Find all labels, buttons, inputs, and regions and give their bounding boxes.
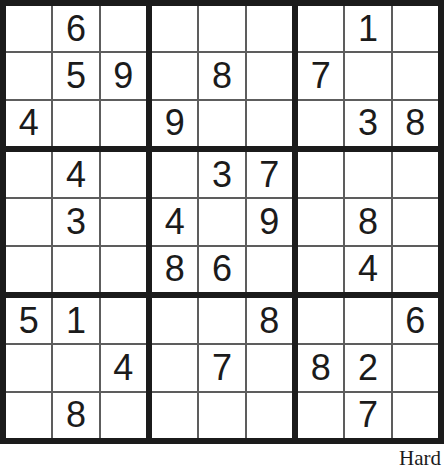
box-3-3: 6827 bbox=[298, 298, 438, 438]
cell-r5c4[interactable]: 4 bbox=[152, 199, 197, 244]
cell-r6c5[interactable]: 6 bbox=[199, 247, 244, 292]
cell-r4c6[interactable]: 7 bbox=[247, 152, 292, 197]
cell-r4c3[interactable] bbox=[101, 152, 146, 197]
cell-r3c5[interactable] bbox=[199, 101, 244, 146]
cell-r7c2[interactable]: 1 bbox=[53, 298, 98, 343]
cell-r9c3[interactable] bbox=[101, 393, 146, 438]
cell-r2c2[interactable]: 5 bbox=[53, 53, 98, 98]
cell-r6c8[interactable]: 4 bbox=[345, 247, 390, 292]
cell-r1c3[interactable] bbox=[101, 6, 146, 51]
cell-r3c7[interactable] bbox=[298, 101, 343, 146]
cell-r5c9[interactable] bbox=[393, 199, 438, 244]
cell-r1c9[interactable] bbox=[393, 6, 438, 51]
cell-r3c6[interactable] bbox=[247, 101, 292, 146]
cell-r2c5[interactable]: 8 bbox=[199, 53, 244, 98]
cell-r3c9[interactable]: 8 bbox=[393, 101, 438, 146]
cell-r9c7[interactable] bbox=[298, 393, 343, 438]
cell-r4c4[interactable] bbox=[152, 152, 197, 197]
cell-r3c1[interactable]: 4 bbox=[6, 101, 51, 146]
cell-r2c9[interactable] bbox=[393, 53, 438, 98]
cell-r8c4[interactable] bbox=[152, 345, 197, 390]
cell-r7c1[interactable]: 5 bbox=[6, 298, 51, 343]
cell-r1c4[interactable] bbox=[152, 6, 197, 51]
cell-r9c2[interactable]: 8 bbox=[53, 393, 98, 438]
cell-r8c9[interactable] bbox=[393, 345, 438, 390]
cell-r8c6[interactable] bbox=[247, 345, 292, 390]
box-2-3: 84 bbox=[298, 152, 438, 292]
cell-r5c5[interactable] bbox=[199, 199, 244, 244]
cell-r2c4[interactable] bbox=[152, 53, 197, 98]
cell-r1c8[interactable]: 1 bbox=[345, 6, 390, 51]
cell-r6c9[interactable] bbox=[393, 247, 438, 292]
cell-r3c8[interactable]: 3 bbox=[345, 101, 390, 146]
cell-r4c5[interactable]: 3 bbox=[199, 152, 244, 197]
cell-r1c7[interactable] bbox=[298, 6, 343, 51]
cell-r7c3[interactable] bbox=[101, 298, 146, 343]
cell-r2c3[interactable]: 9 bbox=[101, 53, 146, 98]
cell-r8c1[interactable] bbox=[6, 345, 51, 390]
cell-r4c2[interactable]: 4 bbox=[53, 152, 98, 197]
cell-r2c7[interactable]: 7 bbox=[298, 53, 343, 98]
cell-r7c8[interactable] bbox=[345, 298, 390, 343]
difficulty-label: Hard bbox=[399, 446, 441, 470]
cell-r8c2[interactable] bbox=[53, 345, 98, 390]
cell-r3c4[interactable]: 9 bbox=[152, 101, 197, 146]
cell-r8c7[interactable]: 8 bbox=[298, 345, 343, 390]
cell-r4c9[interactable] bbox=[393, 152, 438, 197]
cell-r5c1[interactable] bbox=[6, 199, 51, 244]
cell-r4c7[interactable] bbox=[298, 152, 343, 197]
box-1-3: 1738 bbox=[298, 6, 438, 146]
cell-r7c6[interactable]: 8 bbox=[247, 298, 292, 343]
cell-r9c6[interactable] bbox=[247, 393, 292, 438]
cell-r9c4[interactable] bbox=[152, 393, 197, 438]
cell-r6c6[interactable] bbox=[247, 247, 292, 292]
box-2-2: 374986 bbox=[152, 152, 292, 292]
cell-r6c2[interactable] bbox=[53, 247, 98, 292]
cell-r7c9[interactable]: 6 bbox=[393, 298, 438, 343]
box-3-1: 5148 bbox=[6, 298, 146, 438]
cell-r7c5[interactable] bbox=[199, 298, 244, 343]
cell-r2c8[interactable] bbox=[345, 53, 390, 98]
cell-r9c5[interactable] bbox=[199, 393, 244, 438]
cell-r8c3[interactable]: 4 bbox=[101, 345, 146, 390]
box-3-2: 87 bbox=[152, 298, 292, 438]
cell-r8c8[interactable]: 2 bbox=[345, 345, 390, 390]
cell-r6c7[interactable] bbox=[298, 247, 343, 292]
cell-r1c6[interactable] bbox=[247, 6, 292, 51]
cell-r5c8[interactable]: 8 bbox=[345, 199, 390, 244]
cell-r6c4[interactable]: 8 bbox=[152, 247, 197, 292]
cell-r5c6[interactable]: 9 bbox=[247, 199, 292, 244]
sudoku-page: 659489173843374986845148876827 Hard bbox=[0, 0, 444, 470]
cell-r1c2[interactable]: 6 bbox=[53, 6, 98, 51]
cell-r5c2[interactable]: 3 bbox=[53, 199, 98, 244]
cell-r7c4[interactable] bbox=[152, 298, 197, 343]
cell-r3c3[interactable] bbox=[101, 101, 146, 146]
cell-r6c1[interactable] bbox=[6, 247, 51, 292]
cell-r1c5[interactable] bbox=[199, 6, 244, 51]
cell-r9c1[interactable] bbox=[6, 393, 51, 438]
cell-r8c5[interactable]: 7 bbox=[199, 345, 244, 390]
cell-r3c2[interactable] bbox=[53, 101, 98, 146]
cell-r9c8[interactable]: 7 bbox=[345, 393, 390, 438]
cell-r5c3[interactable] bbox=[101, 199, 146, 244]
box-1-2: 89 bbox=[152, 6, 292, 146]
sudoku-board: 659489173843374986845148876827 bbox=[0, 0, 444, 444]
cell-r4c1[interactable] bbox=[6, 152, 51, 197]
cell-r9c9[interactable] bbox=[393, 393, 438, 438]
cell-r1c1[interactable] bbox=[6, 6, 51, 51]
cell-r2c1[interactable] bbox=[6, 53, 51, 98]
cell-r5c7[interactable] bbox=[298, 199, 343, 244]
box-1-1: 6594 bbox=[6, 6, 146, 146]
cell-r7c7[interactable] bbox=[298, 298, 343, 343]
cell-r6c3[interactable] bbox=[101, 247, 146, 292]
box-2-1: 43 bbox=[6, 152, 146, 292]
cell-r2c6[interactable] bbox=[247, 53, 292, 98]
cell-r4c8[interactable] bbox=[345, 152, 390, 197]
